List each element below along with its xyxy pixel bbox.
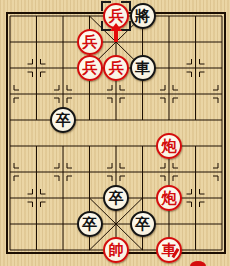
piece-glyph: 將 [135,9,150,24]
black-chariot[interactable]: 車 [130,55,156,81]
piece-glyph: 兵 [82,35,97,50]
arrow-head-icon [110,23,122,31]
piece-glyph: 炮 [162,191,177,206]
piece-glyph: 炮 [162,139,177,154]
red-soldier[interactable]: 兵 [77,55,103,81]
piece-glyph: 卒 [56,113,71,128]
piece-glyph: 兵 [82,61,97,76]
black-soldier[interactable]: 卒 [130,211,156,237]
piece-glyph: 車 [135,61,150,76]
last-move-arrow [110,23,122,42]
black-general[interactable]: 將 [130,3,156,29]
xiangqi-board[interactable]: 兵將兵兵兵車卒炮卒炮卒卒帥車 [0,0,230,266]
piece-glyph: 卒 [82,217,97,232]
black-soldier[interactable]: 卒 [103,185,129,211]
piece-glyph: 兵 [109,61,124,76]
piece-glyph: 卒 [135,217,150,232]
black-soldier[interactable]: 卒 [77,211,103,237]
arrow-shaft [114,31,118,42]
piece-glyph: 帥 [109,243,124,258]
red-cannon[interactable]: 炮 [156,133,182,159]
red-general[interactable]: 帥 [103,237,129,263]
piece-glyph: 兵 [109,9,124,24]
red-cannon[interactable]: 炮 [156,185,182,211]
black-soldier[interactable]: 卒 [50,107,76,133]
red-soldier[interactable]: 兵 [77,29,103,55]
red-edge-mark-arc [190,261,206,266]
red-soldier[interactable]: 兵 [103,55,129,81]
piece-grid: 兵將兵兵兵車卒炮卒炮卒卒帥車 [0,3,230,263]
piece-glyph: 卒 [109,191,124,206]
